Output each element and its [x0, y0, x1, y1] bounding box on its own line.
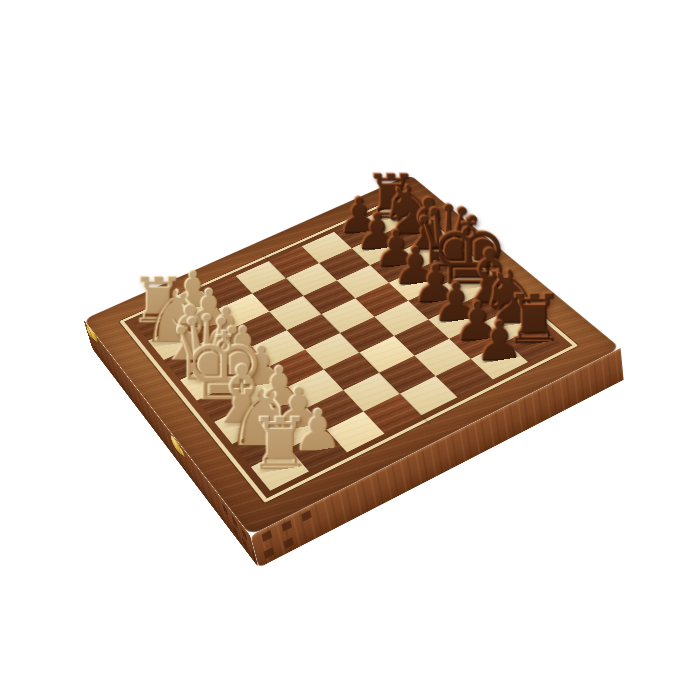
piece-black-pawn-h7: ♟ — [468, 304, 530, 360]
piece-glyph: ♟ — [474, 317, 524, 364]
piece-white-rook-h1: ♜ — [247, 397, 313, 469]
scene: ♜♞♝♛♚♝♞♜♟♟♟♟♟♟♟♟♟♟♟♟♟♟♟♟♜♞♝♛♚♝♞♜ — [0, 0, 680, 680]
product-photo: ♜♞♝♛♚♝♞♜♟♟♟♟♟♟♟♟♟♟♟♟♟♟♟♟♜♞♝♛♚♝♞♜ — [0, 0, 680, 680]
chess-board: ♜♞♝♛♚♝♞♜♟♟♟♟♟♟♟♟♟♟♟♟♟♟♟♟♜♞♝♛♚♝♞♜ — [83, 175, 620, 536]
piece-glyph: ♜ — [247, 413, 312, 474]
